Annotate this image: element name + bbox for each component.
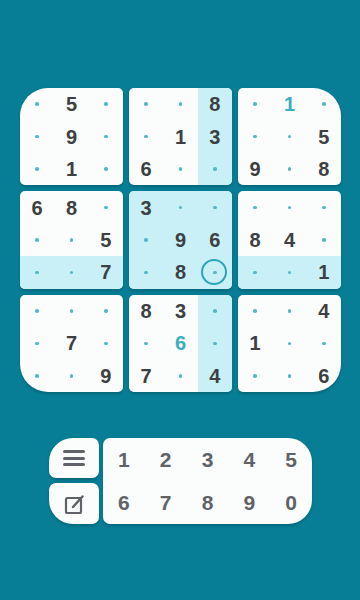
given-digit: 7 bbox=[141, 366, 152, 386]
cell-r7c4[interactable]: 8 bbox=[129, 295, 163, 327]
menu-button[interactable] bbox=[49, 438, 99, 478]
numpad-key-3[interactable]: 3 bbox=[187, 438, 229, 481]
cell-r1c1[interactable] bbox=[20, 88, 54, 120]
cell-r7c2[interactable] bbox=[54, 295, 88, 327]
cell-r1c6[interactable]: 8 bbox=[198, 88, 232, 120]
user-digit: 6 bbox=[175, 333, 186, 353]
empty-cell-dot bbox=[288, 374, 292, 378]
cell-r3c6[interactable] bbox=[198, 153, 232, 185]
empty-cell-dot bbox=[35, 102, 39, 106]
cell-r7c7[interactable] bbox=[238, 295, 272, 327]
box-4: 6857 bbox=[20, 191, 123, 288]
cell-r4c2[interactable]: 8 bbox=[54, 191, 88, 223]
cell-r2c2[interactable]: 9 bbox=[54, 120, 88, 152]
given-digit: 4 bbox=[209, 366, 220, 386]
empty-cell-dot bbox=[288, 342, 292, 346]
empty-cell-dot bbox=[288, 309, 292, 313]
cell-r5c7[interactable]: 8 bbox=[238, 224, 272, 256]
empty-cell-dot bbox=[179, 206, 183, 210]
given-digit: 9 bbox=[100, 366, 111, 386]
numpad-key-6[interactable]: 6 bbox=[103, 481, 145, 524]
cell-r6c3[interactable]: 7 bbox=[89, 256, 123, 288]
cell-r5c3[interactable]: 5 bbox=[89, 224, 123, 256]
given-digit: 5 bbox=[66, 94, 77, 114]
empty-cell-dot bbox=[35, 238, 39, 242]
cell-r9c6[interactable]: 4 bbox=[198, 360, 232, 392]
numpad-key-9[interactable]: 9 bbox=[228, 481, 270, 524]
given-digit: 4 bbox=[284, 230, 295, 250]
cell-r2c7[interactable] bbox=[238, 120, 272, 152]
given-digit: 1 bbox=[318, 262, 329, 282]
cell-r4c8[interactable] bbox=[272, 191, 306, 223]
given-digit: 1 bbox=[175, 127, 186, 147]
app-background: 591 8136 1598 6857 3968 841 79 83674 416… bbox=[0, 0, 360, 600]
given-digit: 3 bbox=[209, 127, 220, 147]
cell-r3c3[interactable] bbox=[89, 153, 123, 185]
cell-r1c8[interactable]: 1 bbox=[272, 88, 306, 120]
empty-cell-dot bbox=[253, 102, 257, 106]
given-digit: 4 bbox=[318, 301, 329, 321]
cell-r5c2[interactable] bbox=[54, 224, 88, 256]
empty-cell-dot bbox=[35, 342, 39, 346]
empty-cell-dot bbox=[144, 271, 148, 275]
given-digit: 8 bbox=[250, 230, 261, 250]
cell-r7c5[interactable]: 3 bbox=[163, 295, 197, 327]
given-digit: 9 bbox=[66, 127, 77, 147]
empty-cell-dot bbox=[144, 342, 148, 346]
given-digit: 1 bbox=[66, 159, 77, 179]
pencil-square-icon bbox=[61, 491, 87, 517]
cell-r1c9[interactable] bbox=[307, 88, 341, 120]
cell-r6c8[interactable] bbox=[272, 256, 306, 288]
cell-r6c1[interactable] bbox=[20, 256, 54, 288]
cell-r6c5[interactable]: 8 bbox=[163, 256, 197, 288]
cell-r3c7[interactable]: 9 bbox=[238, 153, 272, 185]
numpad-key-2[interactable]: 2 bbox=[145, 438, 187, 481]
numpad-key-7[interactable]: 7 bbox=[145, 481, 187, 524]
empty-cell-dot bbox=[322, 238, 326, 242]
cell-r5c8[interactable]: 4 bbox=[272, 224, 306, 256]
empty-cell-dot bbox=[104, 206, 108, 210]
empty-cell-dot bbox=[104, 135, 108, 139]
empty-cell-dot bbox=[253, 206, 257, 210]
given-digit: 8 bbox=[318, 159, 329, 179]
box-3: 1598 bbox=[238, 88, 341, 185]
cell-r8c7[interactable]: 1 bbox=[238, 327, 272, 359]
cell-r3c2[interactable]: 1 bbox=[54, 153, 88, 185]
cell-r6c2[interactable] bbox=[54, 256, 88, 288]
empty-cell-dot bbox=[144, 102, 148, 106]
cell-r5c9[interactable] bbox=[307, 224, 341, 256]
cell-r8c3[interactable] bbox=[89, 327, 123, 359]
empty-cell-dot bbox=[322, 342, 326, 346]
cell-r3c1[interactable] bbox=[20, 153, 54, 185]
cell-r9c9[interactable]: 6 bbox=[307, 360, 341, 392]
cell-r6c4[interactable] bbox=[129, 256, 163, 288]
cell-r4c1[interactable]: 6 bbox=[20, 191, 54, 223]
cell-r3c8[interactable] bbox=[272, 153, 306, 185]
user-digit: 1 bbox=[284, 94, 295, 114]
empty-cell-dot bbox=[104, 342, 108, 346]
cell-r7c1[interactable] bbox=[20, 295, 54, 327]
given-digit: 6 bbox=[209, 230, 220, 250]
numpad-key-5[interactable]: 5 bbox=[270, 438, 312, 481]
hamburger-icon bbox=[63, 450, 85, 466]
cell-r8c9[interactable] bbox=[307, 327, 341, 359]
cell-r4c4[interactable]: 3 bbox=[129, 191, 163, 223]
empty-cell-dot bbox=[35, 135, 39, 139]
cell-r5c1[interactable] bbox=[20, 224, 54, 256]
empty-cell-dot bbox=[288, 167, 292, 171]
box-5: 3968 bbox=[129, 191, 232, 288]
cell-r2c4[interactable] bbox=[129, 120, 163, 152]
empty-cell-dot bbox=[70, 374, 74, 378]
cell-r8c2[interactable]: 7 bbox=[54, 327, 88, 359]
cell-r5c5[interactable]: 9 bbox=[163, 224, 197, 256]
numpad-key-0[interactable]: 0 bbox=[270, 481, 312, 524]
box-6: 841 bbox=[238, 191, 341, 288]
cell-r7c9[interactable]: 4 bbox=[307, 295, 341, 327]
cell-r5c4[interactable] bbox=[129, 224, 163, 256]
given-digit: 7 bbox=[100, 262, 111, 282]
given-digit: 9 bbox=[175, 230, 186, 250]
empty-cell-dot bbox=[213, 167, 217, 171]
empty-cell-dot bbox=[70, 309, 74, 313]
cell-r4c3[interactable] bbox=[89, 191, 123, 223]
empty-cell-dot bbox=[104, 309, 108, 313]
empty-cell-dot bbox=[144, 238, 148, 242]
empty-cell-dot bbox=[70, 271, 74, 275]
box-1: 591 bbox=[20, 88, 123, 185]
empty-cell-dot bbox=[322, 102, 326, 106]
cell-r2c5[interactable]: 1 bbox=[163, 120, 197, 152]
cell-r8c4[interactable] bbox=[129, 327, 163, 359]
empty-cell-dot bbox=[144, 135, 148, 139]
empty-cell-dot bbox=[253, 135, 257, 139]
cell-r4c6[interactable] bbox=[198, 191, 232, 223]
empty-cell-dot bbox=[35, 167, 39, 171]
given-digit: 5 bbox=[318, 127, 329, 147]
given-digit: 6 bbox=[32, 198, 43, 218]
notes-button[interactable] bbox=[49, 483, 99, 524]
empty-cell-dot bbox=[288, 135, 292, 139]
numpad-key-4[interactable]: 4 bbox=[228, 438, 270, 481]
selected-cell-ring bbox=[201, 259, 227, 285]
box-8: 83674 bbox=[129, 295, 232, 392]
cell-r7c8[interactable] bbox=[272, 295, 306, 327]
cell-r6c7[interactable] bbox=[238, 256, 272, 288]
empty-cell-dot bbox=[253, 309, 257, 313]
cell-r8c6[interactable] bbox=[198, 327, 232, 359]
numpad: 1234567890 bbox=[103, 438, 312, 524]
given-digit: 7 bbox=[66, 333, 77, 353]
empty-cell-dot bbox=[35, 271, 39, 275]
empty-cell-dot bbox=[179, 102, 183, 106]
given-digit: 3 bbox=[175, 301, 186, 321]
cell-r6c9[interactable]: 1 bbox=[307, 256, 341, 288]
cell-r1c3[interactable] bbox=[89, 88, 123, 120]
empty-cell-dot bbox=[213, 342, 217, 346]
given-digit: 6 bbox=[318, 366, 329, 386]
cell-r2c3[interactable] bbox=[89, 120, 123, 152]
empty-cell-dot bbox=[253, 374, 257, 378]
cell-r1c7[interactable] bbox=[238, 88, 272, 120]
cell-r9c3[interactable]: 9 bbox=[89, 360, 123, 392]
cell-r4c5[interactable] bbox=[163, 191, 197, 223]
cell-r4c7[interactable] bbox=[238, 191, 272, 223]
given-digit: 1 bbox=[250, 333, 261, 353]
empty-cell-dot bbox=[104, 102, 108, 106]
numpad-key-8[interactable]: 8 bbox=[187, 481, 229, 524]
empty-cell-dot bbox=[213, 206, 217, 210]
side-button-column bbox=[49, 438, 99, 524]
empty-cell-dot bbox=[35, 309, 39, 313]
cell-r2c9[interactable]: 5 bbox=[307, 120, 341, 152]
cell-r8c5[interactable]: 6 bbox=[163, 327, 197, 359]
cell-r3c4[interactable]: 6 bbox=[129, 153, 163, 185]
given-digit: 3 bbox=[141, 198, 152, 218]
cell-r2c1[interactable] bbox=[20, 120, 54, 152]
cell-r5c6[interactable]: 6 bbox=[198, 224, 232, 256]
empty-cell-dot bbox=[322, 206, 326, 210]
empty-cell-dot bbox=[288, 206, 292, 210]
cell-r1c5[interactable] bbox=[163, 88, 197, 120]
cell-r9c8[interactable] bbox=[272, 360, 306, 392]
numpad-key-1[interactable]: 1 bbox=[103, 438, 145, 481]
box-9: 416 bbox=[238, 295, 341, 392]
cell-r1c4[interactable] bbox=[129, 88, 163, 120]
cell-r3c5[interactable] bbox=[163, 153, 197, 185]
empty-cell-dot bbox=[104, 167, 108, 171]
cell-r2c6[interactable]: 3 bbox=[198, 120, 232, 152]
box-2: 8136 bbox=[129, 88, 232, 185]
cell-r2c8[interactable] bbox=[272, 120, 306, 152]
given-digit: 8 bbox=[175, 262, 186, 282]
cell-r9c2[interactable] bbox=[54, 360, 88, 392]
given-digit: 8 bbox=[66, 198, 77, 218]
box-7: 79 bbox=[20, 295, 123, 392]
sudoku-board: 591 8136 1598 6857 3968 841 79 83674 416 bbox=[20, 88, 341, 392]
cell-r6c6[interactable] bbox=[198, 256, 232, 288]
empty-cell-dot bbox=[179, 167, 183, 171]
cell-r9c7[interactable] bbox=[238, 360, 272, 392]
empty-cell-dot bbox=[288, 271, 292, 275]
empty-cell-dot bbox=[35, 374, 39, 378]
given-digit: 6 bbox=[141, 159, 152, 179]
cell-r3c9[interactable]: 8 bbox=[307, 153, 341, 185]
empty-cell-dot bbox=[179, 374, 183, 378]
cell-r8c1[interactable] bbox=[20, 327, 54, 359]
empty-cell-dot bbox=[70, 238, 74, 242]
given-digit: 5 bbox=[100, 230, 111, 250]
given-digit: 9 bbox=[250, 159, 261, 179]
cell-r7c6[interactable] bbox=[198, 295, 232, 327]
empty-cell-dot bbox=[253, 271, 257, 275]
cell-r9c1[interactable] bbox=[20, 360, 54, 392]
cell-r1c2[interactable]: 5 bbox=[54, 88, 88, 120]
cell-r4c9[interactable] bbox=[307, 191, 341, 223]
empty-cell-dot bbox=[213, 309, 217, 313]
given-digit: 8 bbox=[209, 94, 220, 114]
cell-r9c5[interactable] bbox=[163, 360, 197, 392]
cell-r8c8[interactable] bbox=[272, 327, 306, 359]
cell-r9c4[interactable]: 7 bbox=[129, 360, 163, 392]
cell-r7c3[interactable] bbox=[89, 295, 123, 327]
given-digit: 8 bbox=[141, 301, 152, 321]
